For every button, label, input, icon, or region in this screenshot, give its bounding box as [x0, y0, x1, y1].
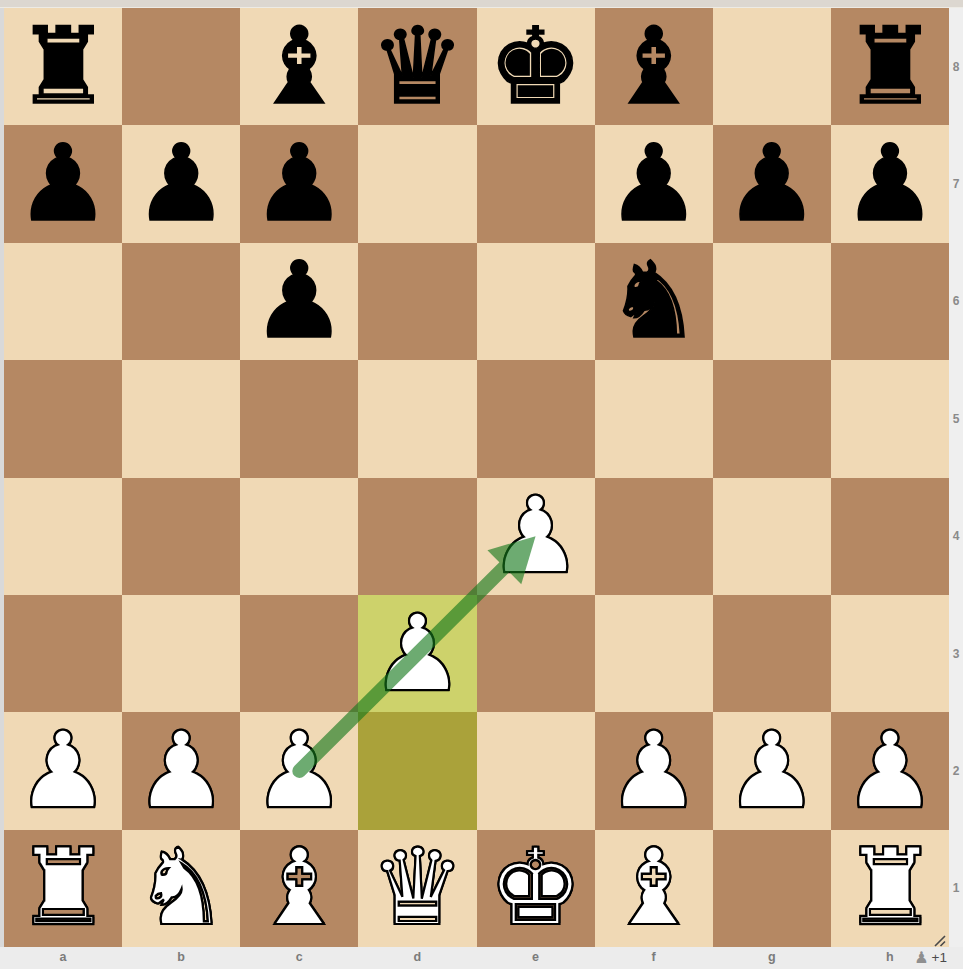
square-b2[interactable]: ♟ [122, 712, 240, 829]
square-a7[interactable]: ♟ [4, 125, 122, 242]
square-b6[interactable] [122, 243, 240, 360]
file-label-b: b [122, 948, 240, 968]
square-d6[interactable] [358, 243, 476, 360]
black-pawn[interactable]: ♟ [606, 131, 701, 237]
square-b4[interactable] [122, 478, 240, 595]
square-h6[interactable] [831, 243, 949, 360]
square-c2[interactable]: ♟ [240, 712, 358, 829]
rank-label-8: 8 [949, 8, 963, 125]
square-a4[interactable] [4, 478, 122, 595]
white-queen[interactable]: ♛ [370, 835, 465, 941]
pawn-icon: ♟ [914, 950, 928, 966]
white-pawn[interactable]: ♟ [16, 718, 111, 824]
white-pawn[interactable]: ♟ [842, 718, 937, 824]
rank-label-7: 7 [949, 125, 963, 242]
square-f1[interactable]: ♝ [595, 830, 713, 947]
square-g4[interactable] [713, 478, 831, 595]
black-knight[interactable]: ♞ [606, 248, 701, 354]
black-pawn[interactable]: ♟ [252, 131, 347, 237]
black-pawn[interactable]: ♟ [16, 131, 111, 237]
square-h7[interactable]: ♟ [831, 125, 949, 242]
black-rook[interactable]: ♜ [842, 14, 937, 120]
square-e5[interactable] [477, 360, 595, 477]
white-pawn[interactable]: ♟ [724, 718, 819, 824]
square-d7[interactable] [358, 125, 476, 242]
chess-app: ♜♝♛♚♝♜♟♟♟♟♟♟♟♞♟♟♟♟♟♟♟♟♜♞♝♛♚♝♜ 87654321 a… [0, 0, 963, 969]
square-a3[interactable] [4, 595, 122, 712]
rank-label-1: 1 [949, 830, 963, 947]
square-g2[interactable]: ♟ [713, 712, 831, 829]
top-margin [0, 0, 963, 8]
file-labels: abcdefgh [4, 948, 949, 968]
rank-label-2: 2 [949, 712, 963, 829]
square-g7[interactable]: ♟ [713, 125, 831, 242]
square-b8[interactable] [122, 8, 240, 125]
file-label-f: f [595, 948, 713, 968]
square-g8[interactable] [713, 8, 831, 125]
black-king[interactable]: ♚ [488, 14, 583, 120]
square-h5[interactable] [831, 360, 949, 477]
black-queen[interactable]: ♛ [370, 14, 465, 120]
board: ♜♝♛♚♝♜♟♟♟♟♟♟♟♞♟♟♟♟♟♟♟♟♜♞♝♛♚♝♜ [4, 8, 949, 947]
square-b7[interactable]: ♟ [122, 125, 240, 242]
square-a2[interactable]: ♟ [4, 712, 122, 829]
white-bishop[interactable]: ♝ [252, 835, 347, 941]
file-label-a: a [4, 948, 122, 968]
white-knight[interactable]: ♞ [134, 835, 229, 941]
square-c6[interactable]: ♟ [240, 243, 358, 360]
square-f3[interactable] [595, 595, 713, 712]
rank-label-5: 5 [949, 360, 963, 477]
white-rook[interactable]: ♜ [16, 835, 111, 941]
square-a6[interactable] [4, 243, 122, 360]
square-d1[interactable]: ♛ [358, 830, 476, 947]
file-label-g: g [713, 948, 831, 968]
black-bishop[interactable]: ♝ [252, 14, 347, 120]
square-c3[interactable] [240, 595, 358, 712]
material-advantage-value: +1 [932, 950, 947, 965]
square-c8[interactable]: ♝ [240, 8, 358, 125]
black-bishop[interactable]: ♝ [606, 14, 701, 120]
black-pawn[interactable]: ♟ [252, 248, 347, 354]
square-f4[interactable] [595, 478, 713, 595]
square-g1[interactable] [713, 830, 831, 947]
black-pawn[interactable]: ♟ [842, 131, 937, 237]
square-h2[interactable]: ♟ [831, 712, 949, 829]
rank-label-6: 6 [949, 243, 963, 360]
white-rook[interactable]: ♜ [842, 835, 937, 941]
square-f6[interactable]: ♞ [595, 243, 713, 360]
material-advantage: ♟ +1 [914, 947, 947, 968]
square-b1[interactable]: ♞ [122, 830, 240, 947]
square-e8[interactable]: ♚ [477, 8, 595, 125]
square-f2[interactable]: ♟ [595, 712, 713, 829]
square-g5[interactable] [713, 360, 831, 477]
square-e3[interactable] [477, 595, 595, 712]
square-d5[interactable] [358, 360, 476, 477]
square-a5[interactable] [4, 360, 122, 477]
square-b5[interactable] [122, 360, 240, 477]
square-a8[interactable]: ♜ [4, 8, 122, 125]
square-a1[interactable]: ♜ [4, 830, 122, 947]
square-e4[interactable]: ♟ [477, 478, 595, 595]
file-label-c: c [240, 948, 358, 968]
square-h4[interactable] [831, 478, 949, 595]
rank-label-3: 3 [949, 595, 963, 712]
square-e6[interactable] [477, 243, 595, 360]
white-king[interactable]: ♚ [488, 835, 583, 941]
square-c4[interactable] [240, 478, 358, 595]
white-pawn[interactable]: ♟ [252, 718, 347, 824]
white-pawn[interactable]: ♟ [488, 483, 583, 589]
white-pawn[interactable]: ♟ [134, 718, 229, 824]
rank-label-4: 4 [949, 478, 963, 595]
white-pawn[interactable]: ♟ [370, 601, 465, 707]
square-d4[interactable] [358, 478, 476, 595]
square-h8[interactable]: ♜ [831, 8, 949, 125]
square-e7[interactable] [477, 125, 595, 242]
rank-labels: 87654321 [949, 8, 963, 947]
square-h3[interactable] [831, 595, 949, 712]
square-f7[interactable]: ♟ [595, 125, 713, 242]
black-pawn[interactable]: ♟ [724, 131, 819, 237]
square-e1[interactable]: ♚ [477, 830, 595, 947]
board-resize-handle[interactable] [931, 932, 947, 948]
square-c1[interactable]: ♝ [240, 830, 358, 947]
square-f8[interactable]: ♝ [595, 8, 713, 125]
square-d3[interactable]: ♟ [358, 595, 476, 712]
square-h1[interactable]: ♜ [831, 830, 949, 947]
white-bishop[interactable]: ♝ [606, 835, 701, 941]
black-rook[interactable]: ♜ [16, 14, 111, 120]
square-d8[interactable]: ♛ [358, 8, 476, 125]
square-b3[interactable] [122, 595, 240, 712]
file-label-e: e [477, 948, 595, 968]
white-pawn[interactable]: ♟ [606, 718, 701, 824]
square-c5[interactable] [240, 360, 358, 477]
square-g3[interactable] [713, 595, 831, 712]
square-g6[interactable] [713, 243, 831, 360]
square-f5[interactable] [595, 360, 713, 477]
square-c7[interactable]: ♟ [240, 125, 358, 242]
square-e2[interactable] [477, 712, 595, 829]
square-d2[interactable] [358, 712, 476, 829]
black-pawn[interactable]: ♟ [134, 131, 229, 237]
file-label-d: d [358, 948, 476, 968]
